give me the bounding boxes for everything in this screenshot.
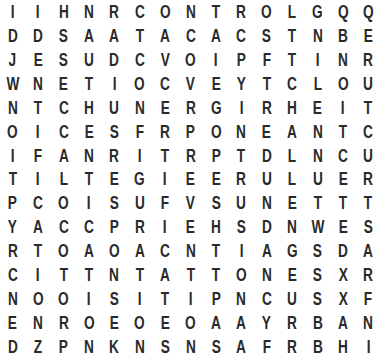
grid-cell[interactable]: Q (330, 0, 355, 24)
grid-cell[interactable]: O (152, 0, 177, 24)
grid-cell[interactable]: A (229, 310, 254, 334)
grid-cell[interactable]: D (0, 334, 25, 358)
grid-cell[interactable]: E (76, 119, 101, 143)
grid-cell[interactable]: O (178, 48, 203, 72)
grid-cell[interactable]: R (279, 310, 304, 334)
grid-cell[interactable]: I (152, 167, 177, 191)
grid-cell[interactable]: R (356, 263, 381, 287)
grid-cell[interactable]: C (330, 143, 355, 167)
cell-letter: E (84, 122, 93, 141)
cell-letter: L (288, 169, 296, 188)
grid-cell[interactable]: T (76, 263, 101, 287)
grid-cell[interactable]: C (25, 191, 50, 215)
cell-letter: R (363, 50, 373, 69)
grid-cell[interactable]: S (102, 286, 127, 310)
grid-cell[interactable]: L (279, 0, 304, 24)
grid-cell[interactable]: N (279, 215, 304, 239)
grid-cell[interactable]: C (178, 24, 203, 48)
grid-cell[interactable]: O (25, 286, 50, 310)
grid-cell[interactable]: F (254, 48, 279, 72)
grid-cell[interactable]: S (51, 48, 76, 72)
grid-cell[interactable]: P (203, 143, 228, 167)
grid-cell[interactable]: E (102, 167, 127, 191)
cell-letter: N (338, 50, 348, 69)
grid-cell[interactable]: T (279, 24, 304, 48)
grid-cell[interactable]: P (178, 119, 203, 143)
grid-cell[interactable]: A (76, 239, 101, 263)
grid-cell[interactable]: S (102, 191, 127, 215)
grid-cell[interactable]: R (178, 143, 203, 167)
grid-cell[interactable]: D (102, 48, 127, 72)
grid-cell[interactable]: F (127, 119, 152, 143)
grid-cell[interactable]: I (0, 143, 25, 167)
grid-cell[interactable]: U (76, 48, 101, 72)
grid-cell[interactable]: I (356, 334, 381, 358)
cell-letter: I (341, 98, 345, 117)
cell-letter: N (84, 337, 94, 356)
grid-cell[interactable]: U (127, 191, 152, 215)
grid-cell[interactable]: D (25, 24, 50, 48)
cell-letter: T (59, 265, 67, 284)
grid-cell[interactable]: E (178, 167, 203, 191)
cell-letter: N (186, 241, 196, 260)
grid-cell[interactable]: N (127, 334, 152, 358)
cell-letter: O (185, 313, 196, 332)
cell-letter: T (9, 169, 17, 188)
grid-cell[interactable]: O (51, 191, 76, 215)
cell-letter: V (161, 50, 170, 69)
grid-cell[interactable]: C (51, 95, 76, 119)
grid-cell[interactable]: N (356, 310, 381, 334)
grid-cell[interactable]: C (356, 119, 381, 143)
cell-letter: E (364, 26, 373, 45)
cell-letter: S (211, 193, 220, 212)
grid-cell[interactable]: C (279, 72, 304, 96)
cell-letter: N (8, 98, 18, 117)
grid-cell[interactable]: R (102, 0, 127, 24)
grid-cell[interactable]: O (127, 310, 152, 334)
grid-cell[interactable]: U (229, 191, 254, 215)
grid-cell[interactable]: C (229, 24, 254, 48)
cell-letter: I (112, 74, 116, 93)
grid-cell[interactable]: N (0, 286, 25, 310)
grid-cell[interactable]: U (279, 286, 304, 310)
grid-cell[interactable]: D (330, 239, 355, 263)
grid-cell[interactable]: S (203, 191, 228, 215)
grid-cell[interactable]: G (279, 239, 304, 263)
grid-cell[interactable]: A (203, 24, 228, 48)
grid-cell[interactable]: H (330, 334, 355, 358)
grid-cell[interactable]: E (330, 167, 355, 191)
grid-cell[interactable]: N (76, 0, 101, 24)
grid-cell[interactable]: E (305, 95, 330, 119)
grid-cell[interactable]: I (330, 95, 355, 119)
grid-cell[interactable]: U (356, 72, 381, 96)
grid-cell[interactable]: U (254, 167, 279, 191)
grid-cell[interactable]: B (305, 334, 330, 358)
cell-letter: N (236, 122, 246, 141)
grid-cell[interactable]: I (102, 72, 127, 96)
grid-cell[interactable]: F (356, 286, 381, 310)
grid-cell[interactable]: S (203, 334, 228, 358)
cell-letter: C (33, 193, 43, 212)
grid-cell[interactable]: S (305, 263, 330, 287)
cell-letter: P (211, 289, 220, 308)
grid-cell[interactable]: L (51, 167, 76, 191)
grid-cell[interactable]: A (127, 239, 152, 263)
cell-letter: I (11, 146, 15, 165)
grid-cell[interactable]: T (254, 72, 279, 96)
grid-cell[interactable]: N (305, 143, 330, 167)
cell-letter: T (212, 265, 220, 284)
grid-cell[interactable]: E (203, 72, 228, 96)
grid-cell[interactable]: E (152, 310, 177, 334)
grid-cell[interactable]: A (51, 143, 76, 167)
grid-cell[interactable]: S (305, 286, 330, 310)
grid-cell[interactable]: R (254, 95, 279, 119)
grid-cell[interactable]: N (102, 263, 127, 287)
cell-letter: T (136, 26, 144, 45)
grid-cell[interactable]: V (178, 72, 203, 96)
grid-cell[interactable]: U (356, 143, 381, 167)
cell-letter: E (211, 74, 220, 93)
grid-cell[interactable]: N (305, 119, 330, 143)
cell-letter: S (59, 26, 68, 45)
grid-cell[interactable]: L (305, 72, 330, 96)
grid-cell[interactable]: I (305, 48, 330, 72)
grid-cell[interactable]: R (356, 167, 381, 191)
grid-cell[interactable]: E (0, 310, 25, 334)
grid-cell[interactable]: E (203, 167, 228, 191)
grid-cell[interactable]: E (254, 119, 279, 143)
grid-cell[interactable]: N (229, 286, 254, 310)
grid-cell[interactable]: C (152, 239, 177, 263)
grid-cell[interactable]: Y (254, 310, 279, 334)
grid-cell[interactable]: H (76, 95, 101, 119)
grid-cell[interactable]: I (152, 215, 177, 239)
grid-cell[interactable]: U (305, 167, 330, 191)
grid-cell[interactable]: C (254, 286, 279, 310)
grid-cell[interactable]: N (254, 191, 279, 215)
cell-letter: R (135, 217, 145, 236)
grid-cell[interactable]: O (76, 310, 101, 334)
grid-cell[interactable]: B (330, 24, 355, 48)
grid-cell[interactable]: R (51, 310, 76, 334)
grid-cell[interactable]: N (178, 239, 203, 263)
grid-cell[interactable]: I (25, 167, 50, 191)
grid-cell[interactable]: E (51, 72, 76, 96)
cell-letter: Z (34, 337, 42, 356)
grid-cell[interactable]: O (0, 119, 25, 143)
cell-letter: A (135, 241, 145, 260)
grid-cell[interactable]: F (25, 143, 50, 167)
grid-cell[interactable]: S (102, 119, 127, 143)
grid-cell[interactable]: R (229, 167, 254, 191)
grid-cell[interactable]: C (127, 48, 152, 72)
cell-letter: E (338, 217, 347, 236)
grid-cell[interactable]: S (356, 215, 381, 239)
grid-cell[interactable]: T (25, 95, 50, 119)
grid-cell[interactable]: C (51, 215, 76, 239)
grid-cell[interactable]: A (279, 119, 304, 143)
cell-letter: N (262, 193, 272, 212)
grid-cell[interactable]: E (102, 310, 127, 334)
grid-cell[interactable]: I (127, 143, 152, 167)
grid-cell[interactable]: X (330, 263, 355, 287)
cell-letter: B (313, 337, 323, 356)
grid-cell[interactable]: I (0, 0, 25, 24)
grid-cell[interactable]: N (229, 119, 254, 143)
grid-cell[interactable]: I (25, 0, 50, 24)
grid-cell[interactable]: F (152, 191, 177, 215)
grid-cell[interactable]: O (178, 310, 203, 334)
grid-cell[interactable]: O (51, 239, 76, 263)
cell-letter: A (236, 313, 246, 332)
grid-cell[interactable]: N (305, 24, 330, 48)
cell-letter: U (135, 193, 145, 212)
grid-cell[interactable]: T (229, 143, 254, 167)
grid-cell[interactable]: R (127, 215, 152, 239)
grid-cell[interactable]: C (51, 119, 76, 143)
cell-letter: J (9, 50, 17, 69)
grid-cell[interactable]: X (330, 286, 355, 310)
cell-letter: N (313, 122, 323, 141)
grid-cell[interactable]: Q (356, 0, 381, 24)
grid-cell[interactable]: E (279, 263, 304, 287)
grid-cell[interactable]: P (51, 334, 76, 358)
grid-cell[interactable]: H (51, 0, 76, 24)
cell-letter: N (109, 265, 119, 284)
grid-cell[interactable]: S (229, 215, 254, 239)
grid-cell[interactable]: T (356, 95, 381, 119)
grid-cell[interactable]: A (152, 263, 177, 287)
grid-cell[interactable]: E (330, 215, 355, 239)
grid-cell[interactable]: S (51, 24, 76, 48)
cell-letter: R (287, 313, 297, 332)
grid-cell[interactable]: I (178, 286, 203, 310)
grid-cell[interactable]: S (254, 24, 279, 48)
cell-letter: A (363, 241, 373, 260)
cell-letter: U (363, 74, 373, 93)
grid-cell[interactable]: I (25, 263, 50, 287)
grid-cell[interactable]: O (102, 239, 127, 263)
grid-cell[interactable]: S (305, 239, 330, 263)
grid-cell[interactable]: E (279, 191, 304, 215)
grid-cell[interactable]: V (152, 48, 177, 72)
cell-letter: R (109, 146, 119, 165)
cell-letter: D (262, 146, 272, 165)
grid-cell[interactable]: T (127, 263, 152, 287)
grid-cell[interactable]: T (127, 24, 152, 48)
grid-cell[interactable]: A (102, 24, 127, 48)
cell-letter: N (84, 2, 94, 21)
grid-cell[interactable]: T (203, 0, 228, 24)
grid-cell[interactable]: T (330, 119, 355, 143)
grid-cell[interactable]: N (178, 334, 203, 358)
grid-cell[interactable]: N (330, 48, 355, 72)
cell-letter: N (84, 146, 94, 165)
grid-cell[interactable]: T (152, 286, 177, 310)
grid-cell[interactable]: O (330, 72, 355, 96)
cell-letter: S (237, 217, 246, 236)
grid-cell[interactable]: R (0, 239, 25, 263)
grid-cell[interactable]: T (25, 239, 50, 263)
cell-letter: C (59, 98, 69, 117)
grid-cell[interactable]: P (0, 191, 25, 215)
grid-cell[interactable]: N (25, 310, 50, 334)
grid-cell[interactable]: O (127, 72, 152, 96)
cell-letter: T (186, 265, 194, 284)
grid-cell[interactable]: U (102, 95, 127, 119)
grid-cell[interactable]: D (0, 24, 25, 48)
grid-cell[interactable]: I (76, 191, 101, 215)
grid-cell[interactable]: H (203, 215, 228, 239)
grid-cell[interactable]: R (356, 48, 381, 72)
cell-letter: P (186, 122, 195, 141)
grid-cell[interactable]: A (25, 215, 50, 239)
word-search-grid: IIHNRCONTROLGQQDDSAATACACSTNBEJESUDCVOIP… (0, 0, 381, 358)
grid-cell[interactable]: T (305, 191, 330, 215)
grid-cell[interactable]: G (305, 0, 330, 24)
grid-cell[interactable]: A (76, 24, 101, 48)
grid-cell[interactable]: I (229, 95, 254, 119)
grid-cell[interactable]: G (127, 167, 152, 191)
cell-letter: C (186, 26, 196, 45)
cell-letter: T (364, 193, 372, 212)
grid-cell[interactable]: T (330, 191, 355, 215)
grid-cell[interactable]: L (279, 167, 304, 191)
grid-cell[interactable]: L (279, 143, 304, 167)
grid-cell[interactable]: T (152, 143, 177, 167)
grid-cell[interactable]: E (356, 24, 381, 48)
cell-letter: B (338, 26, 348, 45)
grid-cell[interactable]: C (76, 215, 101, 239)
grid-cell[interactable]: T (51, 263, 76, 287)
grid-cell[interactable]: V (178, 191, 203, 215)
cell-letter: T (364, 98, 372, 117)
grid-cell[interactable]: O (203, 119, 228, 143)
grid-cell[interactable]: T (203, 239, 228, 263)
cell-letter: F (364, 289, 372, 308)
grid-cell[interactable]: W (0, 72, 25, 96)
grid-cell[interactable]: N (0, 95, 25, 119)
grid-cell[interactable]: T (178, 263, 203, 287)
grid-cell[interactable]: A (254, 239, 279, 263)
grid-cell[interactable]: N (127, 95, 152, 119)
grid-cell[interactable]: Y (0, 215, 25, 239)
grid-cell[interactable]: T (76, 72, 101, 96)
grid-cell[interactable]: I (127, 286, 152, 310)
grid-cell[interactable]: J (0, 48, 25, 72)
cell-letter: O (134, 74, 145, 93)
grid-cell[interactable]: C (127, 0, 152, 24)
grid-cell[interactable]: A (152, 24, 177, 48)
cell-letter: T (34, 98, 42, 117)
cell-letter: N (236, 289, 246, 308)
grid-cell[interactable]: W (305, 215, 330, 239)
cell-letter: T (212, 241, 220, 260)
cell-letter: O (84, 313, 95, 332)
grid-cell[interactable]: A (229, 334, 254, 358)
grid-cell[interactable]: R (102, 143, 127, 167)
grid-cell[interactable]: N (25, 72, 50, 96)
grid-cell[interactable]: T (279, 48, 304, 72)
grid-cell[interactable]: N (254, 263, 279, 287)
cell-letter: P (237, 50, 246, 69)
cell-letter: O (160, 2, 171, 21)
grid-cell[interactable]: A (203, 310, 228, 334)
grid-cell[interactable]: Z (25, 334, 50, 358)
grid-cell[interactable]: B (305, 310, 330, 334)
grid-cell[interactable]: R (279, 334, 304, 358)
grid-cell[interactable]: P (203, 286, 228, 310)
grid-cell[interactable]: P (102, 215, 127, 239)
grid-cell[interactable]: O (229, 263, 254, 287)
grid-cell[interactable]: N (76, 334, 101, 358)
cell-letter: C (8, 265, 18, 284)
grid-cell[interactable]: C (152, 72, 177, 96)
grid-cell[interactable]: G (203, 95, 228, 119)
grid-cell[interactable]: I (203, 48, 228, 72)
cell-letter: I (189, 289, 193, 308)
grid-cell[interactable]: E (25, 48, 50, 72)
grid-cell[interactable]: P (229, 48, 254, 72)
grid-cell[interactable]: N (76, 143, 101, 167)
grid-cell[interactable]: I (25, 119, 50, 143)
grid-cell[interactable]: D (254, 143, 279, 167)
grid-cell[interactable]: R (178, 95, 203, 119)
cell-letter: E (288, 265, 297, 284)
grid-cell[interactable]: E (152, 95, 177, 119)
cell-letter: G (312, 2, 323, 21)
grid-cell[interactable]: K (102, 334, 127, 358)
grid-cell[interactable]: A (356, 239, 381, 263)
cell-letter: E (110, 169, 119, 188)
cell-letter: N (313, 26, 323, 45)
cell-letter: H (338, 337, 348, 356)
grid-cell[interactable]: I (76, 286, 101, 310)
grid-cell[interactable]: T (203, 263, 228, 287)
cell-letter: A (338, 313, 348, 332)
grid-cell[interactable]: T (0, 167, 25, 191)
cell-letter: C (160, 241, 170, 260)
grid-cell[interactable]: E (178, 215, 203, 239)
grid-cell[interactable]: D (254, 215, 279, 239)
grid-cell[interactable]: R (152, 119, 177, 143)
grid-cell[interactable]: S (152, 334, 177, 358)
grid-cell[interactable]: O (51, 286, 76, 310)
cell-letter: R (8, 241, 18, 260)
cell-letter: E (186, 217, 195, 236)
cell-letter: C (287, 74, 297, 93)
grid-cell[interactable]: I (229, 239, 254, 263)
grid-cell[interactable]: H (279, 95, 304, 119)
cell-letter: C (236, 26, 246, 45)
grid-cell[interactable]: N (178, 0, 203, 24)
grid-cell[interactable]: C (0, 263, 25, 287)
grid-cell[interactable]: F (254, 334, 279, 358)
grid-cell[interactable]: A (330, 310, 355, 334)
cell-letter: E (338, 169, 347, 188)
grid-cell[interactable]: T (76, 167, 101, 191)
cell-letter: T (288, 26, 296, 45)
grid-cell[interactable]: R (229, 0, 254, 24)
cell-letter: N (8, 289, 18, 308)
grid-cell[interactable]: O (254, 0, 279, 24)
grid-cell[interactable]: Y (229, 72, 254, 96)
cell-letter: S (110, 122, 119, 141)
grid-cell[interactable]: T (356, 191, 381, 215)
